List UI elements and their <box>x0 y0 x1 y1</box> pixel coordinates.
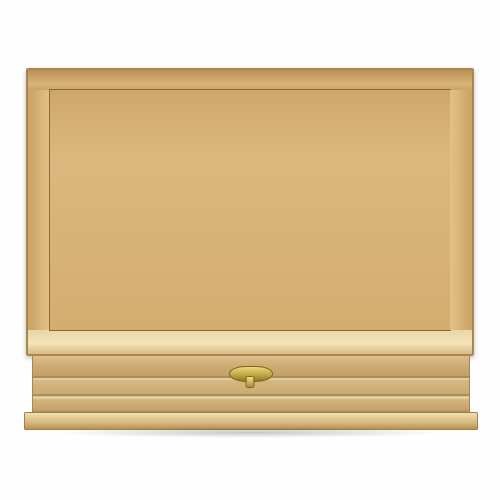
file-labels-right <box>450 90 472 330</box>
rank-labels-far <box>28 70 472 90</box>
rank-labels-near <box>28 330 472 354</box>
brass-clasp-icon <box>229 366 271 386</box>
clasp-pin <box>246 376 255 388</box>
chess-set-photo <box>0 0 500 500</box>
board-grid <box>50 90 450 330</box>
chess-board <box>26 68 474 356</box>
box-shadow <box>55 427 445 438</box>
board-mid-band <box>28 90 472 330</box>
file-labels-left <box>28 90 50 330</box>
